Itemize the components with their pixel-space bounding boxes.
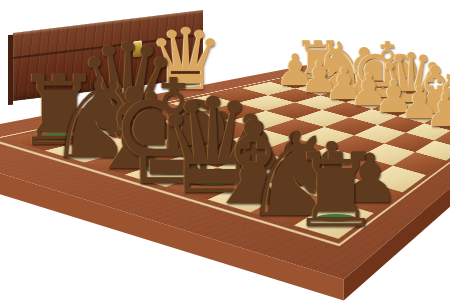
white-p-glyph: ♟: [425, 88, 450, 133]
chess-set-photo: ♜♞♝♛♚♝♞♜♟♟♟♟♟♟♟♟♟♟♟♟♟♟♟♟♜♞♝♛♚♝♞♜♛♛: [0, 0, 450, 304]
black-r-glyph: ♜: [290, 140, 382, 243]
piece-black-rook-a8[interactable]: ♜: [295, 144, 377, 219]
piece-white-pawn-b2[interactable]: ♟: [427, 90, 450, 123]
